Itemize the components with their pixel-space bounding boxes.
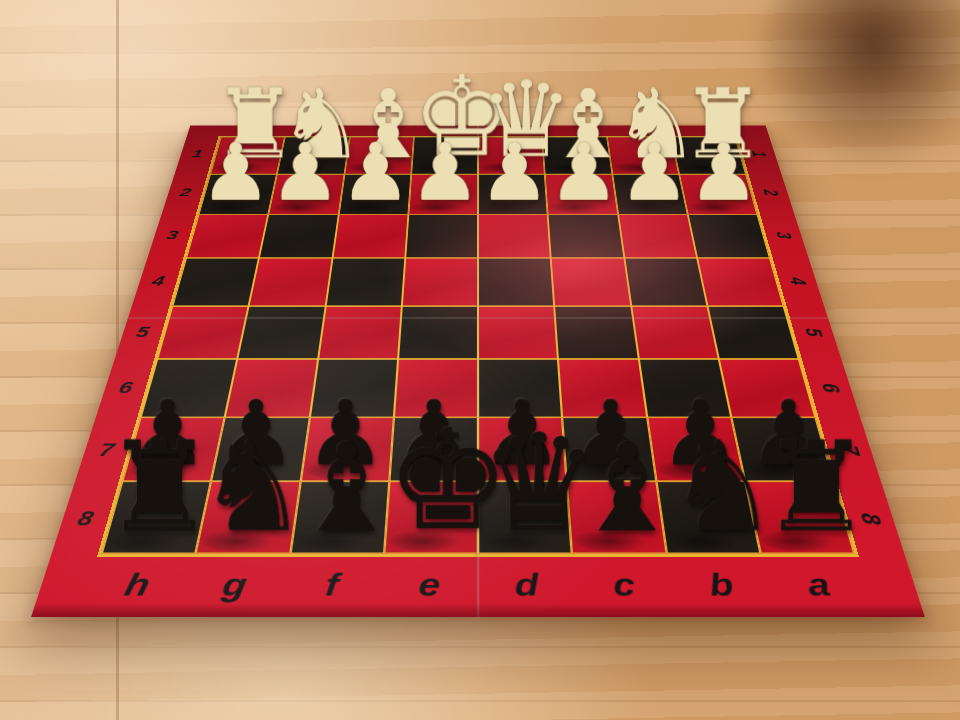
square-d8: ♛ [478,482,572,554]
black-rook: ♜ [104,426,195,550]
square-h2: ♟ [199,174,277,214]
square-b3 [618,214,697,258]
rank-label-right-text: 3 [771,232,797,239]
square-g5 [237,306,325,359]
square-g4 [249,258,332,306]
square-e8: ♚ [384,482,478,554]
square-d5 [478,306,558,359]
mat-front-edge [31,603,925,617]
white-pawn: ♟ [618,133,686,212]
square-h8: ♜ [102,482,212,554]
square-a4 [697,258,784,306]
rank-label-right-text: 2 [758,190,783,196]
rank-label-right-text: 5 [799,328,828,336]
square-e5 [398,306,478,359]
square-c8: ♝ [567,482,666,554]
square-a5 [707,306,798,359]
white-pawn: ♟ [200,133,268,212]
black-queen: ♛ [479,416,570,550]
white-pawn: ♟ [688,133,756,212]
square-b2: ♟ [612,174,688,214]
square-b5 [631,306,719,359]
square-e3 [405,214,478,258]
white-pawn: ♟ [479,133,547,212]
square-e4 [402,258,478,306]
black-rook: ♜ [761,426,852,550]
black-king: ♚ [385,411,476,549]
square-f8: ♝ [290,482,389,554]
white-pawn: ♟ [270,133,338,212]
rank-label-right-text: 4 [784,278,811,286]
square-d4 [478,258,554,306]
white-pawn: ♟ [549,133,617,212]
black-bishop: ♝ [292,428,383,549]
black-knight: ♞ [198,426,289,550]
square-a8: ♜ [745,482,855,554]
square-c3 [548,214,624,258]
square-b4 [624,258,707,306]
white-pawn: ♟ [340,133,408,212]
square-c2: ♟ [545,174,618,214]
square-f5 [318,306,402,359]
square-c4 [551,258,631,306]
rank-label-right-text: 1 [747,151,771,157]
square-a2: ♟ [679,174,757,214]
square-f3 [332,214,408,258]
square-g2: ♟ [269,174,345,214]
square-b8: ♞ [656,482,760,554]
square-g8: ♞ [196,482,300,554]
square-g3 [259,214,338,258]
square-d2: ♟ [478,174,548,214]
square-h3 [186,214,268,258]
square-a3 [687,214,769,258]
square-f2: ♟ [338,174,411,214]
black-bishop: ♝ [573,428,664,549]
square-h4 [172,258,259,306]
square-f4 [325,258,405,306]
square-c5 [554,306,638,359]
square-e2: ♟ [408,174,478,214]
white-pawn: ♟ [409,133,477,212]
square-h5 [157,306,248,359]
black-knight: ♞ [667,426,758,550]
chess-board-squares: ♜♞♝♚♛♝♞♜♟♟♟♟♟♟♟♟♟♟♟♟♟♟♟♟♜♞♝♚♛♝♞♜ [97,136,859,557]
square-d3 [478,214,551,258]
